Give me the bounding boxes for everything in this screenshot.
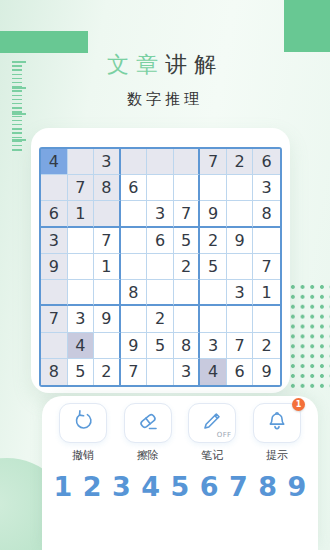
cell-r8c8[interactable]: 7	[227, 333, 254, 359]
cell-r2c3[interactable]: 8	[94, 175, 121, 201]
cell-r5c1[interactable]: 9	[41, 254, 68, 280]
cell-r5c4[interactable]	[121, 254, 148, 280]
cell-r7c9[interactable]	[253, 306, 280, 332]
numpad-3[interactable]: 3	[109, 471, 135, 502]
cell-r1c6[interactable]	[174, 149, 201, 175]
numpad-4[interactable]: 4	[138, 471, 164, 502]
hint-button[interactable]: 1	[253, 403, 301, 443]
hint-label: 提示	[266, 448, 288, 463]
cell-r1c9[interactable]: 6	[253, 149, 280, 175]
board-card: 4372678636137983765299125783173924958372…	[31, 128, 290, 393]
cell-r5c2[interactable]	[68, 254, 95, 280]
numpad-8[interactable]: 8	[255, 471, 281, 502]
notes-tool: OFF 笔记	[188, 403, 236, 463]
cell-r9c1[interactable]: 8	[41, 359, 68, 385]
numpad-2[interactable]: 2	[79, 471, 105, 502]
cell-r3c8[interactable]	[227, 201, 254, 227]
cell-r6c5[interactable]	[147, 280, 174, 306]
cell-r9c8[interactable]: 6	[227, 359, 254, 385]
hint-badge: 1	[292, 398, 305, 411]
cell-r3c4[interactable]	[121, 201, 148, 227]
cell-r4c4[interactable]	[121, 228, 148, 254]
cell-r8c7[interactable]: 3	[200, 333, 227, 359]
cell-r1c7[interactable]: 7	[200, 149, 227, 175]
cell-r8c5[interactable]: 5	[147, 333, 174, 359]
cell-r8c4[interactable]: 9	[121, 333, 148, 359]
deco-top-right-bar	[284, 0, 330, 52]
cell-r2c5[interactable]	[147, 175, 174, 201]
eraser-icon	[136, 409, 160, 437]
numpad-1[interactable]: 1	[50, 471, 76, 502]
cell-r9c9[interactable]: 9	[253, 359, 280, 385]
cell-r8c1[interactable]	[41, 333, 68, 359]
cell-r7c5[interactable]: 2	[147, 306, 174, 332]
cell-r6c3[interactable]	[94, 280, 121, 306]
numpad-5[interactable]: 5	[167, 471, 193, 502]
controls-card: 撤销 擦除	[42, 396, 318, 550]
page-title-rest: 讲解	[165, 52, 223, 77]
undo-icon	[71, 409, 95, 437]
cell-r7c8[interactable]	[227, 306, 254, 332]
cell-r1c1[interactable]: 4	[41, 149, 68, 175]
cell-r6c1[interactable]	[41, 280, 68, 306]
cell-r3c3[interactable]	[94, 201, 121, 227]
page-title-accent: 文章	[107, 52, 165, 77]
bell-icon	[265, 409, 289, 437]
cell-r9c7[interactable]: 4	[200, 359, 227, 385]
deco-dot-grid	[287, 281, 330, 391]
cell-r7c6[interactable]	[174, 306, 201, 332]
cell-r2c2[interactable]: 7	[68, 175, 95, 201]
page-title: 文章讲解	[0, 50, 330, 80]
cell-r3c9[interactable]: 8	[253, 201, 280, 227]
cell-r4c7[interactable]: 2	[200, 228, 227, 254]
cell-r2c4[interactable]: 6	[121, 175, 148, 201]
cell-r4c5[interactable]: 6	[147, 228, 174, 254]
cell-r1c2[interactable]	[68, 149, 95, 175]
cell-r5c9[interactable]: 7	[253, 254, 280, 280]
cell-r3c5[interactable]: 3	[147, 201, 174, 227]
cell-r8c6[interactable]: 8	[174, 333, 201, 359]
cell-r7c1[interactable]: 7	[41, 306, 68, 332]
numpad: 123456789	[42, 463, 318, 502]
cell-r4c6[interactable]: 5	[174, 228, 201, 254]
cell-r7c2[interactable]: 3	[68, 306, 95, 332]
cell-r2c1[interactable]	[41, 175, 68, 201]
cell-r7c3[interactable]: 9	[94, 306, 121, 332]
cell-r1c3[interactable]: 3	[94, 149, 121, 175]
undo-tool: 撤销	[59, 403, 107, 463]
erase-button[interactable]	[124, 403, 172, 443]
cell-r5c5[interactable]	[147, 254, 174, 280]
cell-r2c8[interactable]	[227, 175, 254, 201]
cell-r4c1[interactable]: 3	[41, 228, 68, 254]
cell-r6c6[interactable]	[174, 280, 201, 306]
notes-button[interactable]: OFF	[188, 403, 236, 443]
cell-r3c2[interactable]: 1	[68, 201, 95, 227]
cell-r4c9[interactable]	[253, 228, 280, 254]
cell-r4c2[interactable]	[68, 228, 95, 254]
cell-r2c7[interactable]	[200, 175, 227, 201]
cell-r6c8[interactable]: 3	[227, 280, 254, 306]
notes-label: 笔记	[201, 448, 223, 463]
cell-r9c5[interactable]	[147, 359, 174, 385]
cell-r1c8[interactable]: 2	[227, 149, 254, 175]
cell-r8c2[interactable]: 4	[68, 333, 95, 359]
numpad-9[interactable]: 9	[284, 471, 310, 502]
cell-r3c7[interactable]: 9	[200, 201, 227, 227]
cell-r6c2[interactable]	[68, 280, 95, 306]
undo-label: 撤销	[72, 448, 94, 463]
erase-tool: 擦除	[124, 403, 172, 463]
cell-r1c5[interactable]	[147, 149, 174, 175]
cell-r9c3[interactable]: 2	[94, 359, 121, 385]
cell-r5c7[interactable]: 5	[200, 254, 227, 280]
cell-r8c3[interactable]	[94, 333, 121, 359]
page-subtitle: 数字推理	[0, 90, 330, 109]
erase-label: 擦除	[137, 448, 159, 463]
cell-r5c6[interactable]: 2	[174, 254, 201, 280]
cell-r5c3[interactable]: 1	[94, 254, 121, 280]
cell-r6c4[interactable]: 8	[121, 280, 148, 306]
cell-r6c9[interactable]: 1	[253, 280, 280, 306]
cell-r6c7[interactable]	[200, 280, 227, 306]
hint-tool: 1 提示	[253, 403, 301, 463]
cell-r7c4[interactable]	[121, 306, 148, 332]
cell-r3c6[interactable]: 7	[174, 201, 201, 227]
cell-r3c1[interactable]: 6	[41, 201, 68, 227]
numpad-6[interactable]: 6	[196, 471, 222, 502]
numpad-7[interactable]: 7	[226, 471, 252, 502]
cell-r5c8[interactable]	[227, 254, 254, 280]
cell-r9c2[interactable]: 5	[68, 359, 95, 385]
cell-r4c3[interactable]: 7	[94, 228, 121, 254]
notes-state: OFF	[217, 431, 231, 439]
cell-r4c8[interactable]: 9	[227, 228, 254, 254]
toolbar: 撤销 擦除	[42, 396, 318, 463]
cell-r8c9[interactable]: 2	[253, 333, 280, 359]
cell-r9c4[interactable]: 7	[121, 359, 148, 385]
cell-r9c6[interactable]: 3	[174, 359, 201, 385]
undo-button[interactable]	[59, 403, 107, 443]
cell-r7c7[interactable]	[200, 306, 227, 332]
cell-r2c6[interactable]	[174, 175, 201, 201]
sudoku-board: 4372678636137983765299125783173924958372…	[39, 147, 282, 387]
cell-r2c9[interactable]: 3	[253, 175, 280, 201]
cell-r1c4[interactable]	[121, 149, 148, 175]
